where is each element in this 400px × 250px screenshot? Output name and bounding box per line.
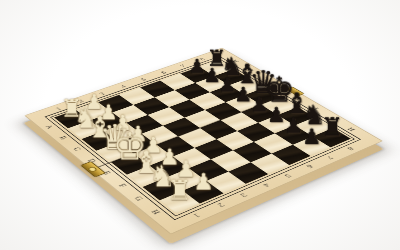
scene: AA11BB22CC33DD44EE55FF66GG77HH88 ♜♞♝♛♚♝♞… <box>0 0 400 250</box>
rank-label-right-8: 8 <box>346 146 355 151</box>
file-label-front-b: B <box>58 135 68 140</box>
rank-label-right-3: 3 <box>239 192 249 198</box>
rank-label-right-7: 7 <box>326 155 335 160</box>
rank-label-left-5: 5 <box>140 77 148 81</box>
rank-label-right-1: 1 <box>192 212 202 218</box>
product-photo-canvas: AA11BB22CC33DD44EE55FF66GG77HH88 ♜♞♝♛♚♝♞… <box>0 0 400 250</box>
black-pawn-icon: ♟ <box>284 116 303 137</box>
file-label-front-h: H <box>150 209 162 216</box>
board-surface: AA11BB22CC33DD44EE55FF66GG77HH88 ♜♞♝♛♚♝♞… <box>24 48 383 235</box>
white-pawn-icon: ♟ <box>193 171 214 194</box>
file-label-front-g: G <box>133 195 145 201</box>
black-pawn-icon: ♟ <box>302 126 321 148</box>
rank-label-right-5: 5 <box>284 173 293 178</box>
rank-label-right-4: 4 <box>262 182 272 188</box>
rank-label-right-2: 2 <box>216 202 226 208</box>
file-label-front-a: A <box>44 124 54 129</box>
rank-label-left-6: 6 <box>160 71 168 75</box>
black-pawn-icon: ♟ <box>250 95 268 116</box>
file-label-front-f: F <box>117 183 128 188</box>
chess-board: AA11BB22CC33DD44EE55FF66GG77HH88 ♜♞♝♛♚♝♞… <box>24 48 383 235</box>
white-rook-icon: ♜ <box>167 176 192 204</box>
rank-label-left-7: 7 <box>179 64 187 68</box>
black-rook-icon: ♜ <box>320 114 343 139</box>
rank-label-left-4: 4 <box>119 84 127 88</box>
file-label-back-h: H <box>346 127 356 132</box>
rank-label-right-6: 6 <box>305 164 314 169</box>
file-label-front-c: C <box>72 146 83 151</box>
